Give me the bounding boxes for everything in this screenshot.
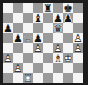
square-d7[interactable]: ♝ (33, 13, 43, 23)
square-f4[interactable]: ♟♙ (53, 43, 63, 53)
square-d2[interactable] (33, 63, 43, 73)
square-b5[interactable]: ♟ (13, 33, 23, 43)
square-c4[interactable] (23, 43, 33, 53)
square-e3[interactable] (43, 53, 53, 63)
square-g5[interactable] (63, 33, 73, 43)
square-h1[interactable] (73, 73, 83, 83)
square-e5[interactable] (43, 33, 53, 43)
chess-board: ♜♚♝♟♟♟♛♟♛♕♟♟♙♟♙♟♙♟♙♟♙♝♗♚♔♟♙♜♖ (3, 3, 83, 83)
square-h6[interactable] (73, 23, 83, 33)
white-pawn: ♟ (73, 33, 83, 43)
white-pawn-outline: ♙ (13, 63, 23, 73)
white-pawn: ♟ (53, 43, 63, 53)
square-g7[interactable]: ♟ (63, 13, 73, 23)
square-b6[interactable] (13, 23, 23, 33)
square-a4[interactable] (3, 43, 13, 53)
square-a5[interactable] (3, 33, 13, 43)
white-rook: ♜ (23, 73, 33, 83)
white-bishop-outline: ♗ (53, 53, 63, 63)
white-bishop: ♝ (53, 53, 63, 63)
square-h8[interactable] (73, 3, 83, 13)
white-pawn: ♟ (3, 53, 13, 63)
square-c3[interactable] (23, 53, 33, 63)
square-e7[interactable] (43, 13, 53, 23)
square-a3[interactable]: ♟♙ (3, 53, 13, 63)
white-pawn-outline: ♙ (3, 53, 13, 63)
square-f5[interactable] (53, 33, 63, 43)
square-c6[interactable] (23, 23, 33, 33)
square-d5[interactable]: ♟ (33, 33, 43, 43)
square-d6[interactable] (33, 23, 43, 33)
square-b3[interactable] (13, 53, 23, 63)
square-h5[interactable]: ♟♙ (73, 33, 83, 43)
white-pawn-outline: ♙ (53, 43, 63, 53)
square-c2[interactable] (23, 63, 33, 73)
square-a1[interactable] (3, 73, 13, 83)
white-king: ♚ (63, 53, 73, 63)
white-king-outline: ♔ (63, 53, 73, 63)
square-h3[interactable] (73, 53, 83, 63)
square-g8[interactable]: ♚ (63, 3, 73, 13)
square-g6[interactable] (63, 23, 73, 33)
square-e6[interactable] (43, 23, 53, 33)
square-f6[interactable]: ♛ (53, 23, 63, 33)
white-queen: ♛ (23, 33, 33, 43)
square-f1[interactable] (53, 73, 63, 83)
square-g4[interactable] (63, 43, 73, 53)
square-f2[interactable] (53, 63, 63, 73)
square-d1[interactable] (33, 73, 43, 83)
square-f7[interactable]: ♟ (53, 13, 63, 23)
square-b8[interactable] (13, 3, 23, 13)
square-e8[interactable]: ♜ (43, 3, 53, 13)
square-d4[interactable]: ♟♙ (33, 43, 43, 53)
square-h7[interactable] (73, 13, 83, 23)
square-a8[interactable] (3, 3, 13, 13)
white-pawn-outline: ♙ (73, 33, 83, 43)
black-bishop: ♝ (33, 13, 43, 23)
square-g1[interactable] (63, 73, 73, 83)
square-f8[interactable] (53, 3, 63, 13)
square-b7[interactable] (13, 13, 23, 23)
square-h2[interactable] (73, 63, 83, 73)
white-pawn: ♟ (73, 43, 83, 53)
square-a7[interactable] (3, 13, 13, 23)
square-f3[interactable]: ♝♗ (53, 53, 63, 63)
black-rook: ♜ (43, 3, 53, 13)
square-e4[interactable] (43, 43, 53, 53)
black-pawn: ♟ (33, 33, 43, 43)
black-pawn: ♟ (53, 13, 63, 23)
square-g3[interactable]: ♚♔ (63, 53, 73, 63)
white-pawn-outline: ♙ (73, 43, 83, 53)
black-king: ♚ (63, 3, 73, 13)
white-pawn-outline: ♙ (33, 43, 43, 53)
black-pawn: ♟ (63, 13, 73, 23)
square-c7[interactable] (23, 13, 33, 23)
square-b2[interactable]: ♟♙ (13, 63, 23, 73)
white-rook-outline: ♖ (23, 73, 33, 83)
square-b1[interactable] (13, 73, 23, 83)
square-b4[interactable] (13, 43, 23, 53)
square-e1[interactable] (43, 73, 53, 83)
square-h4[interactable]: ♟♙ (73, 43, 83, 53)
black-queen: ♛ (53, 23, 63, 33)
white-queen-outline: ♕ (23, 33, 33, 43)
square-c8[interactable] (23, 3, 33, 13)
square-g2[interactable] (63, 63, 73, 73)
square-e2[interactable] (43, 63, 53, 73)
black-pawn: ♟ (13, 33, 23, 43)
white-pawn: ♟ (33, 43, 43, 53)
square-a2[interactable] (3, 63, 13, 73)
black-pawn: ♟ (3, 23, 13, 33)
square-d8[interactable] (33, 3, 43, 13)
square-c5[interactable]: ♛♕ (23, 33, 33, 43)
square-c1[interactable]: ♜♖ (23, 73, 33, 83)
white-pawn: ♟ (13, 63, 23, 73)
square-a6[interactable]: ♟ (3, 23, 13, 33)
square-d3[interactable] (33, 53, 43, 63)
